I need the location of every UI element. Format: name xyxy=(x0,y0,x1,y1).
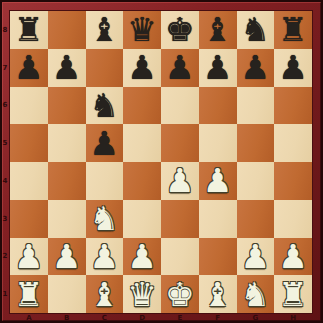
square-d6[interactable] xyxy=(123,87,161,125)
square-e6[interactable] xyxy=(161,87,199,125)
black-pawn-a7[interactable]: ♟ xyxy=(14,51,44,84)
square-h7[interactable]: ♟ xyxy=(274,49,312,87)
square-h6[interactable] xyxy=(274,87,312,125)
rank-label-1: 1 xyxy=(0,275,10,313)
white-knight-c3[interactable]: ♞ xyxy=(90,202,120,235)
square-g4[interactable] xyxy=(237,162,275,200)
black-king-e8[interactable]: ♚ xyxy=(165,13,195,46)
square-g3[interactable] xyxy=(237,200,275,238)
white-pawn-g2[interactable]: ♟ xyxy=(241,240,271,273)
square-a6[interactable] xyxy=(10,87,48,125)
square-g2[interactable]: ♟ xyxy=(237,238,275,276)
rank-label-4: 4 xyxy=(0,162,10,200)
black-bishop-c8[interactable]: ♝ xyxy=(90,13,120,46)
square-f8[interactable]: ♝ xyxy=(199,11,237,49)
square-f5[interactable] xyxy=(199,124,237,162)
square-b1[interactable] xyxy=(48,275,86,313)
rank-label-8: 8 xyxy=(0,11,10,49)
file-labels: ABCDEFGH xyxy=(10,312,312,323)
black-pawn-d7[interactable]: ♟ xyxy=(127,51,157,84)
file-label-h: H xyxy=(274,312,312,323)
chess-board-widget: 87654321 ABCDEFGH ♜♝♛♚♝♞♜♟♟♟♟♟♟♟♞♟♟♟♞♟♟♟… xyxy=(0,0,323,323)
rank-label-3: 3 xyxy=(0,200,10,238)
square-h2[interactable]: ♟ xyxy=(274,238,312,276)
black-rook-h8[interactable]: ♜ xyxy=(278,13,308,46)
black-pawn-e7[interactable]: ♟ xyxy=(165,51,195,84)
white-bishop-f1[interactable]: ♝ xyxy=(203,278,233,311)
white-queen-d1[interactable]: ♛ xyxy=(127,278,157,311)
square-e2[interactable] xyxy=(161,238,199,276)
square-f2[interactable] xyxy=(199,238,237,276)
square-c3[interactable]: ♞ xyxy=(86,200,124,238)
square-d5[interactable] xyxy=(123,124,161,162)
square-g6[interactable] xyxy=(237,87,275,125)
square-g7[interactable]: ♟ xyxy=(237,49,275,87)
square-g5[interactable] xyxy=(237,124,275,162)
square-b8[interactable] xyxy=(48,11,86,49)
square-d7[interactable]: ♟ xyxy=(123,49,161,87)
file-label-d: D xyxy=(123,312,161,323)
rank-label-2: 2 xyxy=(0,238,10,276)
black-knight-c6[interactable]: ♞ xyxy=(90,89,120,122)
black-bishop-f8[interactable]: ♝ xyxy=(203,13,233,46)
square-c4[interactable] xyxy=(86,162,124,200)
white-king-e1[interactable]: ♚ xyxy=(165,278,195,311)
square-h5[interactable] xyxy=(274,124,312,162)
square-h3[interactable] xyxy=(274,200,312,238)
rank-labels: 87654321 xyxy=(0,11,10,313)
square-a1[interactable]: ♜ xyxy=(10,275,48,313)
square-f6[interactable] xyxy=(199,87,237,125)
square-c6[interactable]: ♞ xyxy=(86,87,124,125)
square-g8[interactable]: ♞ xyxy=(237,11,275,49)
rank-label-6: 6 xyxy=(0,87,10,125)
square-h8[interactable]: ♜ xyxy=(274,11,312,49)
square-b5[interactable] xyxy=(48,124,86,162)
square-c2[interactable]: ♟ xyxy=(86,238,124,276)
black-pawn-b7[interactable]: ♟ xyxy=(52,51,82,84)
white-pawn-a2[interactable]: ♟ xyxy=(14,240,44,273)
square-f7[interactable]: ♟ xyxy=(199,49,237,87)
white-pawn-f4[interactable]: ♟ xyxy=(203,164,233,197)
white-rook-h1[interactable]: ♜ xyxy=(278,278,308,311)
file-label-a: A xyxy=(10,312,48,323)
black-queen-d8[interactable]: ♛ xyxy=(127,13,157,46)
square-e1[interactable]: ♚ xyxy=(161,275,199,313)
square-h4[interactable] xyxy=(274,162,312,200)
white-pawn-e4[interactable]: ♟ xyxy=(165,164,195,197)
black-pawn-f7[interactable]: ♟ xyxy=(203,51,233,84)
white-pawn-c2[interactable]: ♟ xyxy=(90,240,120,273)
white-pawn-b2[interactable]: ♟ xyxy=(52,240,82,273)
file-label-f: F xyxy=(199,312,237,323)
file-label-g: G xyxy=(237,312,275,323)
square-d3[interactable] xyxy=(123,200,161,238)
square-b3[interactable] xyxy=(48,200,86,238)
square-a4[interactable] xyxy=(10,162,48,200)
black-rook-a8[interactable]: ♜ xyxy=(14,13,44,46)
black-pawn-h7[interactable]: ♟ xyxy=(278,51,308,84)
white-pawn-d2[interactable]: ♟ xyxy=(127,240,157,273)
square-g1[interactable]: ♞ xyxy=(237,275,275,313)
square-e8[interactable]: ♚ xyxy=(161,11,199,49)
square-a5[interactable] xyxy=(10,124,48,162)
square-e3[interactable] xyxy=(161,200,199,238)
square-d2[interactable]: ♟ xyxy=(123,238,161,276)
square-d8[interactable]: ♛ xyxy=(123,11,161,49)
square-e7[interactable]: ♟ xyxy=(161,49,199,87)
rank-label-7: 7 xyxy=(0,49,10,87)
file-label-e: E xyxy=(161,312,199,323)
square-f3[interactable] xyxy=(199,200,237,238)
square-a3[interactable] xyxy=(10,200,48,238)
chess-board: ♜♝♛♚♝♞♜♟♟♟♟♟♟♟♞♟♟♟♞♟♟♟♟♟♟♜♝♛♚♝♞♜ xyxy=(10,11,312,313)
white-pawn-h2[interactable]: ♟ xyxy=(278,240,308,273)
square-h1[interactable]: ♜ xyxy=(274,275,312,313)
rank-label-5: 5 xyxy=(0,124,10,162)
square-b6[interactable] xyxy=(48,87,86,125)
square-c1[interactable]: ♝ xyxy=(86,275,124,313)
white-rook-a1[interactable]: ♜ xyxy=(14,278,44,311)
file-label-c: C xyxy=(86,312,124,323)
black-knight-g8[interactable]: ♞ xyxy=(241,13,271,46)
square-c5[interactable]: ♟ xyxy=(86,124,124,162)
square-d4[interactable] xyxy=(123,162,161,200)
square-d1[interactable]: ♛ xyxy=(123,275,161,313)
square-b4[interactable] xyxy=(48,162,86,200)
square-a7[interactable]: ♟ xyxy=(10,49,48,87)
white-bishop-c1[interactable]: ♝ xyxy=(90,278,120,311)
square-e5[interactable] xyxy=(161,124,199,162)
square-f1[interactable]: ♝ xyxy=(199,275,237,313)
black-pawn-c5[interactable]: ♟ xyxy=(90,127,120,160)
square-b2[interactable]: ♟ xyxy=(48,238,86,276)
white-knight-g1[interactable]: ♞ xyxy=(241,278,271,311)
square-a8[interactable]: ♜ xyxy=(10,11,48,49)
square-f4[interactable]: ♟ xyxy=(199,162,237,200)
black-pawn-g7[interactable]: ♟ xyxy=(241,51,271,84)
file-label-b: B xyxy=(48,312,86,323)
square-b7[interactable]: ♟ xyxy=(48,49,86,87)
square-c8[interactable]: ♝ xyxy=(86,11,124,49)
square-c7[interactable] xyxy=(86,49,124,87)
square-e4[interactable]: ♟ xyxy=(161,162,199,200)
square-a2[interactable]: ♟ xyxy=(10,238,48,276)
